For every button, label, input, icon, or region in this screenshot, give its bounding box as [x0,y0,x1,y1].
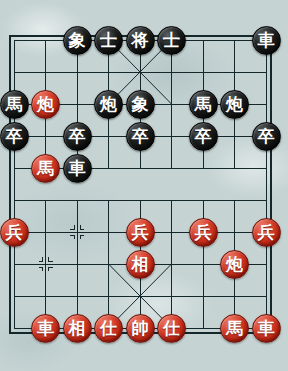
piece-red-cannon[interactable]: 炮 [31,90,60,119]
piece-glyph: 炮 [37,96,54,113]
piece-glyph: 卒 [132,128,149,145]
piece-red-advisor[interactable]: 仕 [157,314,186,343]
piece-glyph: 車 [69,160,86,177]
piece-glyph: 卒 [69,128,86,145]
xiangqi-board: 象士将士車馬炮炮象馬炮卒卒卒卒卒馬車兵兵兵兵相炮車相仕帥仕馬車 [0,0,288,371]
piece-glyph: 卒 [258,128,275,145]
piece-black-advisor[interactable]: 士 [157,26,186,55]
piece-black-cannon[interactable]: 炮 [94,90,123,119]
piece-black-chariot[interactable]: 車 [63,154,92,183]
piece-red-chariot[interactable]: 車 [31,314,60,343]
piece-glyph: 馬 [195,96,212,113]
piece-black-soldier[interactable]: 卒 [252,122,281,151]
piece-glyph: 兵 [6,224,23,241]
piece-black-elephant[interactable]: 象 [126,90,155,119]
piece-glyph: 帥 [132,320,149,337]
piece-glyph: 馬 [226,320,243,337]
piece-glyph: 兵 [132,224,149,241]
piece-glyph: 相 [69,320,86,337]
piece-glyph: 炮 [226,256,243,273]
piece-black-elephant[interactable]: 象 [63,26,92,55]
piece-black-horse[interactable]: 馬 [0,90,29,119]
piece-glyph: 卒 [6,128,23,145]
piece-glyph: 相 [132,256,149,273]
piece-red-elephant[interactable]: 相 [63,314,92,343]
piece-glyph: 炮 [226,96,243,113]
piece-glyph: 仕 [163,320,180,337]
piece-glyph: 車 [37,320,54,337]
piece-red-elephant[interactable]: 相 [126,250,155,279]
piece-glyph: 車 [258,32,275,49]
piece-glyph: 炮 [100,96,117,113]
piece-glyph: 卒 [195,128,212,145]
piece-glyph: 士 [100,32,117,49]
piece-glyph: 象 [69,32,86,49]
piece-glyph: 車 [258,320,275,337]
piece-red-horse[interactable]: 馬 [220,314,249,343]
piece-glyph: 兵 [195,224,212,241]
piece-black-soldier[interactable]: 卒 [126,122,155,151]
piece-red-general[interactable]: 帥 [126,314,155,343]
piece-glyph: 象 [132,96,149,113]
piece-glyph: 馬 [37,160,54,177]
piece-glyph: 将 [132,32,149,49]
piece-black-advisor[interactable]: 士 [94,26,123,55]
piece-glyph: 士 [163,32,180,49]
piece-black-soldier[interactable]: 卒 [0,122,29,151]
piece-glyph: 仕 [100,320,117,337]
piece-red-soldier[interactable]: 兵 [0,218,29,247]
piece-black-soldier[interactable]: 卒 [63,122,92,151]
piece-red-cannon[interactable]: 炮 [220,250,249,279]
piece-black-cannon[interactable]: 炮 [220,90,249,119]
piece-red-soldier[interactable]: 兵 [189,218,218,247]
piece-glyph: 兵 [258,224,275,241]
piece-glyph: 馬 [6,96,23,113]
pieces-layer: 象士将士車馬炮炮象馬炮卒卒卒卒卒馬車兵兵兵兵相炮車相仕帥仕馬車 [0,0,288,371]
piece-black-soldier[interactable]: 卒 [189,122,218,151]
piece-black-horse[interactable]: 馬 [189,90,218,119]
piece-red-soldier[interactable]: 兵 [126,218,155,247]
piece-red-soldier[interactable]: 兵 [252,218,281,247]
piece-black-general[interactable]: 将 [126,26,155,55]
piece-red-chariot[interactable]: 車 [252,314,281,343]
piece-red-horse[interactable]: 馬 [31,154,60,183]
piece-red-advisor[interactable]: 仕 [94,314,123,343]
piece-black-chariot[interactable]: 車 [252,26,281,55]
